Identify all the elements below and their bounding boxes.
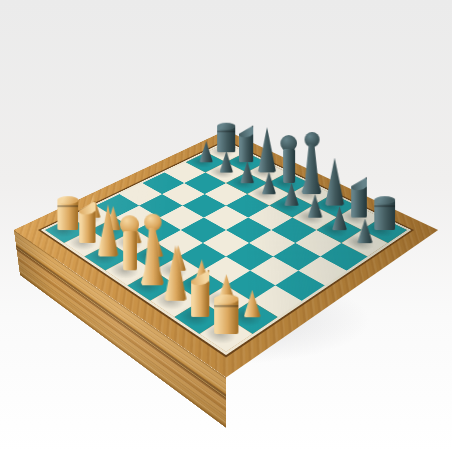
- piece-white-rook[interactable]: [214, 297, 239, 334]
- case-lid-top: [14, 130, 438, 377]
- piece-black-knight[interactable]: [351, 176, 367, 217]
- piece-white-king[interactable]: [141, 213, 164, 285]
- piece-white-rook[interactable]: [57, 198, 78, 230]
- piece-white-knight[interactable]: [79, 200, 95, 243]
- square-a3[interactable]: [96, 194, 139, 217]
- studio-photo-background: { "game": "chess", "set_style": "bauhaus…: [0, 0, 452, 452]
- scene: [0, 0, 452, 452]
- piece-black-knight[interactable]: [239, 125, 253, 162]
- piece-black-bishop[interactable]: [258, 127, 276, 172]
- chess-case: [14, 130, 438, 377]
- piece-white-queen[interactable]: [120, 215, 139, 270]
- piece-black-bishop[interactable]: [325, 158, 344, 206]
- piece-black-rook[interactable]: [374, 198, 395, 230]
- piece-black-rook[interactable]: [217, 124, 235, 152]
- piece-black-king[interactable]: [301, 132, 321, 194]
- piece-black-queen[interactable]: [280, 135, 297, 183]
